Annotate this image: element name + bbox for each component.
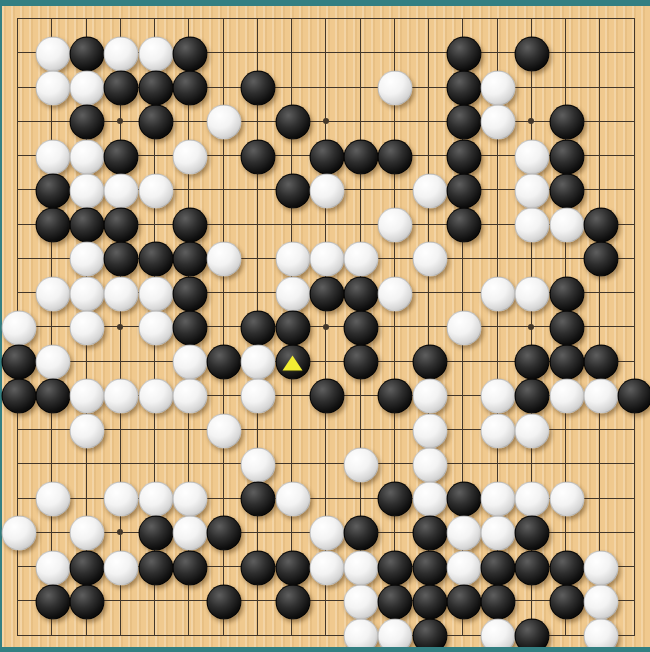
black-stone	[207, 516, 242, 551]
black-stone	[344, 516, 379, 551]
white-stone	[104, 379, 139, 414]
black-stone	[446, 584, 481, 619]
white-stone	[275, 482, 310, 517]
black-stone	[172, 550, 207, 585]
black-stone	[104, 208, 139, 243]
black-stone	[275, 345, 310, 380]
white-stone	[446, 550, 481, 585]
black-stone	[446, 139, 481, 174]
black-stone	[446, 173, 481, 208]
white-stone	[241, 379, 276, 414]
white-stone	[104, 173, 139, 208]
white-stone	[70, 516, 105, 551]
black-stone	[172, 208, 207, 243]
white-stone	[412, 482, 447, 517]
black-stone	[207, 345, 242, 380]
white-stone	[481, 276, 516, 311]
black-stone	[549, 345, 584, 380]
black-stone	[446, 71, 481, 106]
white-stone	[70, 310, 105, 345]
black-stone	[35, 584, 70, 619]
white-stone	[378, 276, 413, 311]
grid-line-horizontal	[17, 463, 635, 464]
black-stone	[241, 139, 276, 174]
black-stone	[583, 242, 618, 277]
black-stone	[515, 345, 550, 380]
black-stone	[35, 208, 70, 243]
black-stone	[104, 71, 139, 106]
white-stone	[412, 173, 447, 208]
star-point	[117, 324, 123, 330]
white-stone	[70, 276, 105, 311]
white-stone	[275, 242, 310, 277]
white-stone	[412, 379, 447, 414]
black-stone	[549, 310, 584, 345]
white-stone	[344, 242, 379, 277]
white-stone	[1, 310, 36, 345]
black-stone	[412, 584, 447, 619]
star-point	[117, 118, 123, 124]
black-stone	[138, 516, 173, 551]
black-stone	[1, 379, 36, 414]
white-stone	[35, 276, 70, 311]
black-stone	[70, 105, 105, 140]
star-point	[117, 529, 123, 535]
black-stone	[172, 71, 207, 106]
black-stone	[35, 379, 70, 414]
black-stone	[446, 208, 481, 243]
white-stone	[138, 379, 173, 414]
white-stone	[207, 105, 242, 140]
black-stone	[309, 276, 344, 311]
white-stone	[515, 482, 550, 517]
white-stone	[583, 584, 618, 619]
black-stone	[138, 71, 173, 106]
black-stone	[618, 379, 650, 414]
white-stone	[275, 276, 310, 311]
black-stone	[378, 550, 413, 585]
black-stone	[172, 242, 207, 277]
star-point	[528, 118, 534, 124]
go-app-window	[0, 0, 650, 652]
black-stone	[515, 550, 550, 585]
go-board[interactable]	[0, 0, 650, 652]
white-stone	[515, 208, 550, 243]
white-stone	[104, 276, 139, 311]
white-stone	[35, 36, 70, 71]
white-stone	[70, 139, 105, 174]
white-stone	[344, 584, 379, 619]
black-stone	[378, 482, 413, 517]
black-stone	[344, 310, 379, 345]
star-point	[323, 118, 329, 124]
black-stone	[378, 139, 413, 174]
white-stone	[344, 447, 379, 482]
black-stone	[241, 310, 276, 345]
white-stone	[412, 413, 447, 448]
black-stone	[70, 550, 105, 585]
white-stone	[446, 516, 481, 551]
white-stone	[138, 482, 173, 517]
white-stone	[446, 310, 481, 345]
black-stone	[241, 71, 276, 106]
white-stone	[70, 71, 105, 106]
white-stone	[35, 71, 70, 106]
black-stone	[275, 105, 310, 140]
white-stone	[241, 345, 276, 380]
black-stone	[583, 208, 618, 243]
black-stone	[344, 345, 379, 380]
white-stone	[378, 208, 413, 243]
black-stone	[275, 310, 310, 345]
white-stone	[481, 105, 516, 140]
black-stone	[378, 584, 413, 619]
white-stone	[412, 447, 447, 482]
white-stone	[138, 276, 173, 311]
white-stone	[481, 516, 516, 551]
white-stone	[104, 482, 139, 517]
white-stone	[172, 139, 207, 174]
white-stone	[515, 413, 550, 448]
white-stone	[138, 36, 173, 71]
white-stone	[207, 413, 242, 448]
black-stone	[446, 482, 481, 517]
white-stone	[412, 242, 447, 277]
black-stone	[172, 36, 207, 71]
white-stone	[207, 242, 242, 277]
white-stone	[172, 379, 207, 414]
black-stone	[378, 379, 413, 414]
white-stone	[515, 276, 550, 311]
white-stone	[35, 482, 70, 517]
white-stone	[70, 379, 105, 414]
white-stone	[241, 447, 276, 482]
black-stone	[549, 139, 584, 174]
white-stone	[583, 379, 618, 414]
white-stone	[104, 36, 139, 71]
bottom-frame-bar	[0, 647, 650, 652]
white-stone	[104, 550, 139, 585]
black-stone	[515, 36, 550, 71]
white-stone	[309, 173, 344, 208]
white-stone	[70, 242, 105, 277]
black-stone	[275, 173, 310, 208]
white-stone	[35, 345, 70, 380]
white-stone	[583, 550, 618, 585]
black-stone	[70, 36, 105, 71]
black-stone	[35, 173, 70, 208]
grid-line-vertical	[599, 18, 600, 636]
white-stone	[481, 482, 516, 517]
white-stone	[35, 139, 70, 174]
black-stone	[549, 584, 584, 619]
white-stone	[344, 550, 379, 585]
white-stone	[172, 482, 207, 517]
white-stone	[515, 139, 550, 174]
black-stone	[241, 550, 276, 585]
white-stone	[378, 71, 413, 106]
white-stone	[481, 413, 516, 448]
black-stone	[549, 173, 584, 208]
black-stone	[104, 139, 139, 174]
black-stone	[138, 242, 173, 277]
white-stone	[1, 516, 36, 551]
black-stone	[275, 550, 310, 585]
black-stone	[138, 105, 173, 140]
white-stone	[138, 310, 173, 345]
black-stone	[446, 36, 481, 71]
black-stone	[344, 276, 379, 311]
white-stone	[309, 516, 344, 551]
black-stone	[446, 105, 481, 140]
black-stone	[515, 379, 550, 414]
black-stone	[412, 345, 447, 380]
star-point	[528, 324, 534, 330]
black-stone	[172, 310, 207, 345]
white-stone	[309, 550, 344, 585]
black-stone	[412, 550, 447, 585]
white-stone	[515, 173, 550, 208]
grid-line-horizontal	[17, 600, 635, 601]
black-stone	[172, 276, 207, 311]
white-stone	[549, 482, 584, 517]
black-stone	[70, 584, 105, 619]
black-stone	[241, 482, 276, 517]
black-stone	[549, 105, 584, 140]
grid-line-vertical	[634, 18, 635, 636]
white-stone	[70, 173, 105, 208]
last-move-triangle-marker	[283, 355, 303, 370]
black-stone	[138, 550, 173, 585]
black-stone	[549, 550, 584, 585]
black-stone	[583, 345, 618, 380]
black-stone	[104, 242, 139, 277]
black-stone	[344, 139, 379, 174]
white-stone	[172, 516, 207, 551]
black-stone	[309, 379, 344, 414]
star-point	[323, 324, 329, 330]
white-stone	[549, 208, 584, 243]
white-stone	[35, 550, 70, 585]
black-stone	[275, 584, 310, 619]
black-stone	[549, 276, 584, 311]
white-stone	[481, 379, 516, 414]
black-stone	[70, 208, 105, 243]
black-stone	[481, 550, 516, 585]
white-stone	[172, 345, 207, 380]
black-stone	[309, 139, 344, 174]
white-stone	[70, 413, 105, 448]
black-stone	[1, 345, 36, 380]
black-stone	[207, 584, 242, 619]
grid-line-vertical	[394, 18, 395, 636]
black-stone	[515, 516, 550, 551]
white-stone	[138, 173, 173, 208]
black-stone	[412, 516, 447, 551]
white-stone	[549, 379, 584, 414]
white-stone	[309, 242, 344, 277]
white-stone	[481, 71, 516, 106]
black-stone	[481, 584, 516, 619]
